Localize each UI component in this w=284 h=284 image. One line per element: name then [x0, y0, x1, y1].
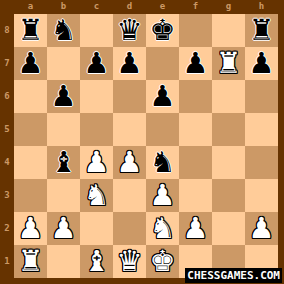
square-d3[interactable]: [113, 179, 146, 212]
square-e6[interactable]: ♟: [146, 80, 179, 113]
chess-board: ♜♞♛♚♜♟♟♟♟♜♟♟♟♝♟♟♞♞♟♟♟♞♟♟♜♝♛♚: [14, 14, 278, 278]
square-f8[interactable]: [179, 14, 212, 47]
square-c1[interactable]: ♝: [80, 245, 113, 278]
piece-white-pawn: ♟: [183, 214, 209, 243]
square-f6[interactable]: [179, 80, 212, 113]
square-h3[interactable]: [245, 179, 278, 212]
file-label-f: f: [179, 0, 212, 14]
file-label-b: b: [47, 0, 80, 14]
square-h7[interactable]: ♟: [245, 47, 278, 80]
square-b3[interactable]: [47, 179, 80, 212]
square-h6[interactable]: [245, 80, 278, 113]
rank-label-4: 4: [0, 146, 14, 179]
piece-white-pawn: ♟: [150, 181, 176, 210]
square-b4[interactable]: ♝: [47, 146, 80, 179]
square-c5[interactable]: [80, 113, 113, 146]
square-d7[interactable]: ♟: [113, 47, 146, 80]
piece-white-knight: ♞: [84, 181, 110, 210]
square-a7[interactable]: ♟: [14, 47, 47, 80]
square-c4[interactable]: ♟: [80, 146, 113, 179]
rank-label-8: 8: [0, 14, 14, 47]
piece-black-pawn: ♟: [183, 49, 209, 78]
square-d2[interactable]: [113, 212, 146, 245]
square-g3[interactable]: [212, 179, 245, 212]
file-label-c: c: [80, 0, 113, 14]
rank-label-7: 7: [0, 47, 14, 80]
piece-white-pawn: ♟: [84, 148, 110, 177]
piece-white-pawn: ♟: [18, 214, 44, 243]
square-e3[interactable]: ♟: [146, 179, 179, 212]
square-a5[interactable]: [14, 113, 47, 146]
rank-label-6: 6: [0, 80, 14, 113]
square-d4[interactable]: ♟: [113, 146, 146, 179]
piece-black-rook: ♜: [249, 16, 275, 45]
piece-black-pawn: ♟: [18, 49, 44, 78]
piece-white-rook: ♜: [216, 49, 242, 78]
square-g5[interactable]: [212, 113, 245, 146]
square-e5[interactable]: [146, 113, 179, 146]
square-f4[interactable]: [179, 146, 212, 179]
square-e4[interactable]: ♞: [146, 146, 179, 179]
square-f5[interactable]: [179, 113, 212, 146]
piece-white-pawn: ♟: [51, 214, 77, 243]
rank-label-5: 5: [0, 113, 14, 146]
piece-black-bishop: ♝: [51, 148, 77, 177]
square-a1[interactable]: ♜: [14, 245, 47, 278]
piece-black-king: ♚: [150, 16, 176, 45]
piece-black-queen: ♛: [117, 16, 143, 45]
square-h5[interactable]: [245, 113, 278, 146]
square-b6[interactable]: ♟: [47, 80, 80, 113]
piece-black-knight: ♞: [150, 148, 176, 177]
square-f7[interactable]: ♟: [179, 47, 212, 80]
square-f3[interactable]: [179, 179, 212, 212]
file-label-e: e: [146, 0, 179, 14]
square-e7[interactable]: [146, 47, 179, 80]
square-h4[interactable]: [245, 146, 278, 179]
piece-white-rook: ♜: [18, 247, 44, 276]
square-a3[interactable]: [14, 179, 47, 212]
square-c8[interactable]: [80, 14, 113, 47]
piece-black-knight: ♞: [51, 16, 77, 45]
square-d1[interactable]: ♛: [113, 245, 146, 278]
square-c3[interactable]: ♞: [80, 179, 113, 212]
square-e2[interactable]: ♞: [146, 212, 179, 245]
piece-white-king: ♚: [150, 247, 176, 276]
rank-labels: 8 7 6 5 4 3 2 1: [0, 14, 14, 278]
piece-black-pawn: ♟: [117, 49, 143, 78]
piece-white-knight: ♞: [150, 214, 176, 243]
piece-black-pawn: ♟: [84, 49, 110, 78]
square-d5[interactable]: [113, 113, 146, 146]
piece-white-queen: ♛: [117, 247, 143, 276]
square-c6[interactable]: [80, 80, 113, 113]
chess-diagram: { "game": "chess", "position": { "fen": …: [0, 0, 284, 284]
piece-black-pawn: ♟: [51, 82, 77, 111]
square-b5[interactable]: [47, 113, 80, 146]
square-e8[interactable]: ♚: [146, 14, 179, 47]
square-g7[interactable]: ♜: [212, 47, 245, 80]
piece-black-rook: ♜: [18, 16, 44, 45]
square-c2[interactable]: [80, 212, 113, 245]
rank-label-3: 3: [0, 179, 14, 212]
square-d6[interactable]: [113, 80, 146, 113]
square-g6[interactable]: [212, 80, 245, 113]
square-h8[interactable]: ♜: [245, 14, 278, 47]
piece-white-pawn: ♟: [249, 214, 275, 243]
square-c7[interactable]: ♟: [80, 47, 113, 80]
piece-white-pawn: ♟: [117, 148, 143, 177]
file-label-d: d: [113, 0, 146, 14]
file-labels: a b c d e f g h: [14, 0, 278, 14]
square-d8[interactable]: ♛: [113, 14, 146, 47]
square-a8[interactable]: ♜: [14, 14, 47, 47]
square-a4[interactable]: [14, 146, 47, 179]
square-e1[interactable]: ♚: [146, 245, 179, 278]
square-g2[interactable]: [212, 212, 245, 245]
piece-black-pawn: ♟: [249, 49, 275, 78]
square-b7[interactable]: [47, 47, 80, 80]
square-a6[interactable]: [14, 80, 47, 113]
file-label-a: a: [14, 0, 47, 14]
square-f2[interactable]: ♟: [179, 212, 212, 245]
square-a2[interactable]: ♟: [14, 212, 47, 245]
file-label-h: h: [245, 0, 278, 14]
square-g4[interactable]: [212, 146, 245, 179]
square-b2[interactable]: ♟: [47, 212, 80, 245]
piece-white-bishop: ♝: [84, 247, 110, 276]
rank-label-1: 1: [0, 245, 14, 278]
rank-label-2: 2: [0, 212, 14, 245]
square-g8[interactable]: [212, 14, 245, 47]
file-label-g: g: [212, 0, 245, 14]
piece-black-pawn: ♟: [150, 82, 176, 111]
square-h2[interactable]: ♟: [245, 212, 278, 245]
square-b8[interactable]: ♞: [47, 14, 80, 47]
square-b1[interactable]: [47, 245, 80, 278]
watermark: CHESSGAMES.COM: [185, 268, 282, 283]
